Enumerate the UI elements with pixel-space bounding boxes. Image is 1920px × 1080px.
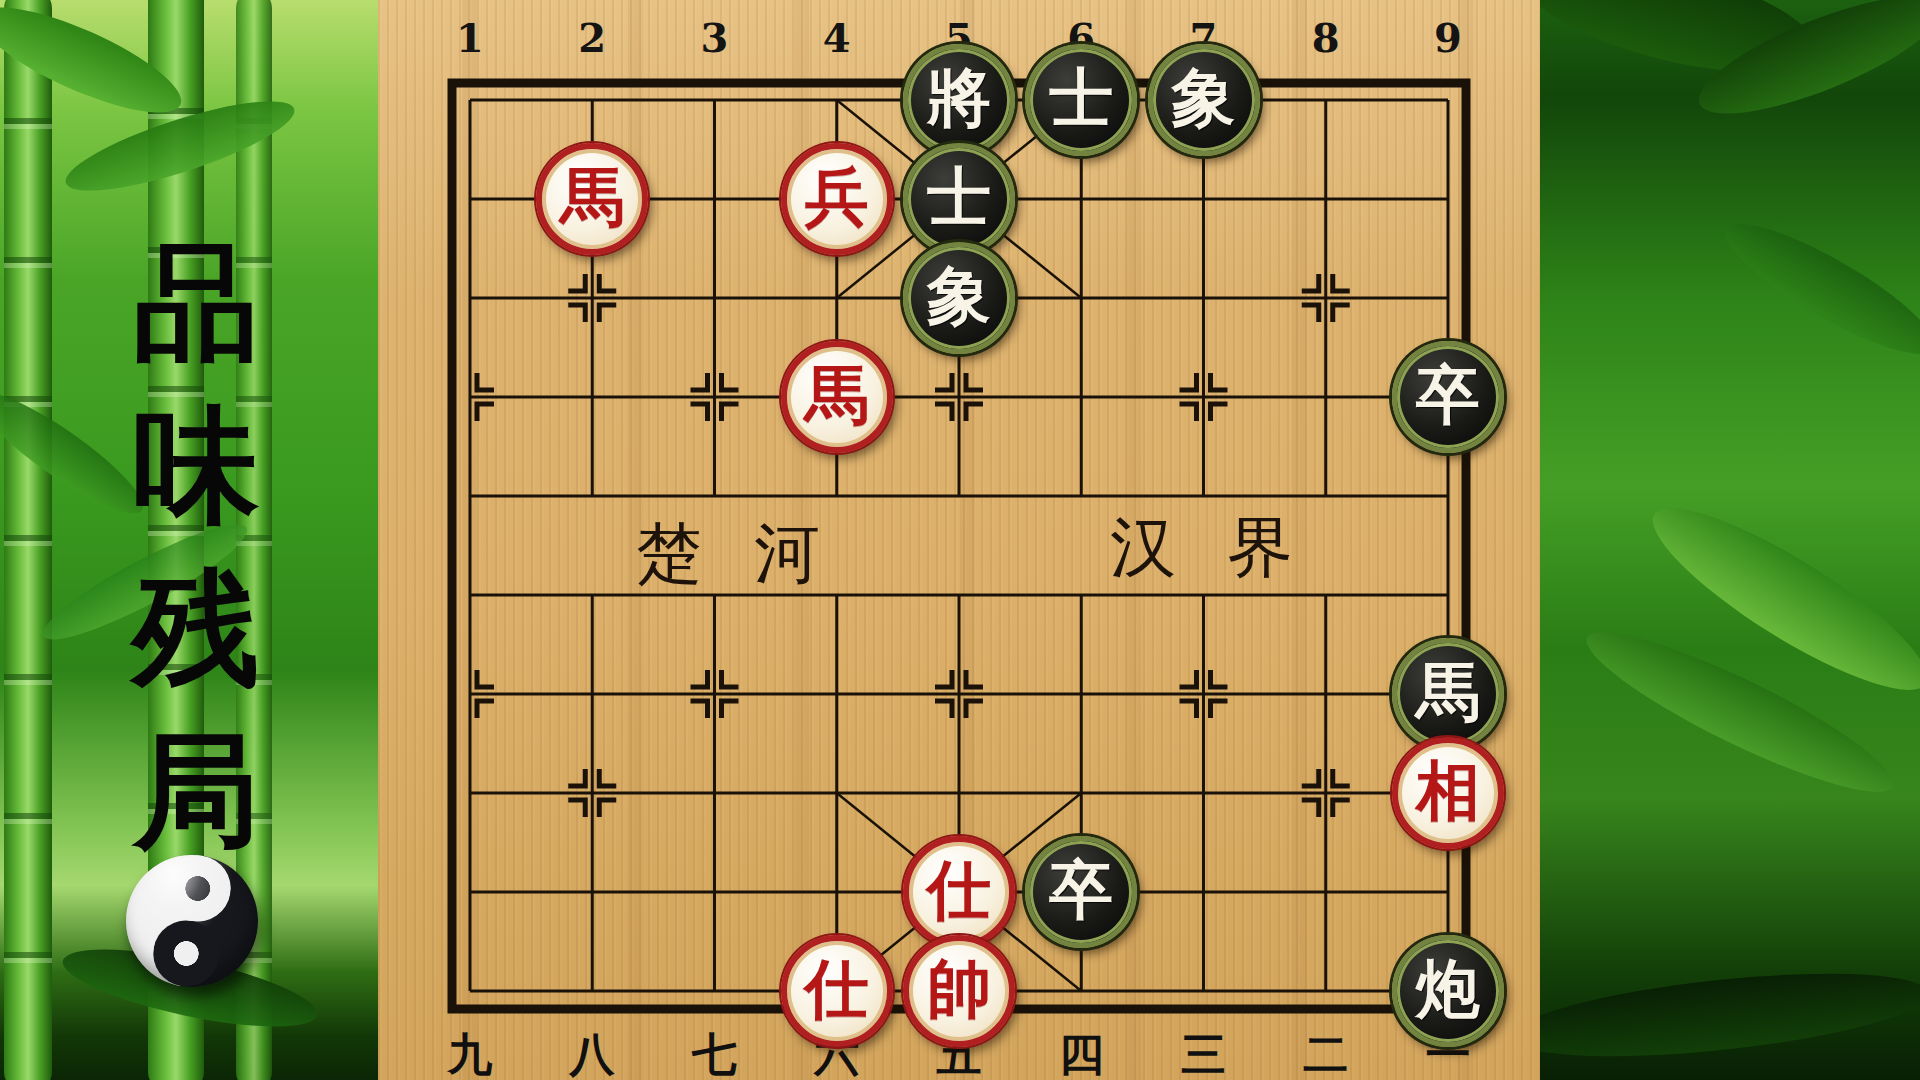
caption-char: 味 bbox=[133, 403, 259, 529]
piece-black-horse[interactable]: 馬 bbox=[1392, 638, 1504, 750]
piece-glyph: 士 bbox=[1049, 66, 1113, 130]
xiangqi-screen: 品味残局 步步争先 123456789九八七六五四三二一楚河汉界 將士象馬兵士象… bbox=[0, 0, 1920, 1080]
piece-black-soldier[interactable]: 卒 bbox=[1392, 341, 1504, 453]
piece-glyph: 卒 bbox=[1049, 858, 1113, 922]
piece-glyph: 象 bbox=[927, 264, 991, 328]
piece-glyph: 仕 bbox=[805, 957, 869, 1021]
left-bamboo-panel: 品味残局 bbox=[0, 0, 378, 1080]
piece-black-elephant[interactable]: 象 bbox=[1148, 44, 1260, 156]
bamboo-leaf bbox=[1540, 958, 1920, 1072]
piece-red-advisor[interactable]: 仕 bbox=[903, 836, 1015, 948]
piece-red-horse[interactable]: 馬 bbox=[781, 341, 893, 453]
left-caption: 品味残局 bbox=[130, 240, 262, 855]
piece-glyph: 士 bbox=[927, 165, 991, 229]
right-bamboo-panel: 步步争先 bbox=[1540, 0, 1920, 1080]
piece-red-general[interactable]: 帥 bbox=[903, 935, 1015, 1047]
piece-glyph: 馬 bbox=[805, 363, 869, 427]
piece-glyph: 兵 bbox=[805, 165, 869, 229]
bamboo-leaf bbox=[1712, 204, 1920, 374]
caption-char: 品 bbox=[133, 240, 259, 366]
piece-glyph: 象 bbox=[1172, 66, 1236, 130]
piece-black-advisor[interactable]: 士 bbox=[903, 143, 1015, 255]
caption-char: 残 bbox=[133, 566, 259, 692]
piece-black-advisor[interactable]: 士 bbox=[1025, 44, 1137, 156]
piece-black-cannon[interactable]: 炮 bbox=[1392, 935, 1504, 1047]
piece-glyph: 將 bbox=[927, 66, 991, 130]
piece-glyph: 卒 bbox=[1416, 363, 1480, 427]
piece-black-general[interactable]: 將 bbox=[903, 44, 1015, 156]
piece-glyph: 相 bbox=[1416, 759, 1480, 823]
piece-black-soldier[interactable]: 卒 bbox=[1025, 836, 1137, 948]
piece-glyph: 炮 bbox=[1416, 957, 1480, 1021]
bamboo-stalk bbox=[4, 0, 52, 1080]
caption-char: 局 bbox=[133, 729, 259, 855]
piece-red-soldier[interactable]: 兵 bbox=[781, 143, 893, 255]
piece-glyph: 仕 bbox=[927, 858, 991, 922]
piece-glyph: 馬 bbox=[560, 165, 624, 229]
piece-glyph: 馬 bbox=[1416, 660, 1480, 724]
piece-red-horse[interactable]: 馬 bbox=[536, 143, 648, 255]
piece-black-elephant[interactable]: 象 bbox=[903, 242, 1015, 354]
piece-red-advisor[interactable]: 仕 bbox=[781, 935, 893, 1047]
piece-red-elephant[interactable]: 相 bbox=[1392, 737, 1504, 849]
piece-glyph: 帥 bbox=[927, 957, 991, 1021]
